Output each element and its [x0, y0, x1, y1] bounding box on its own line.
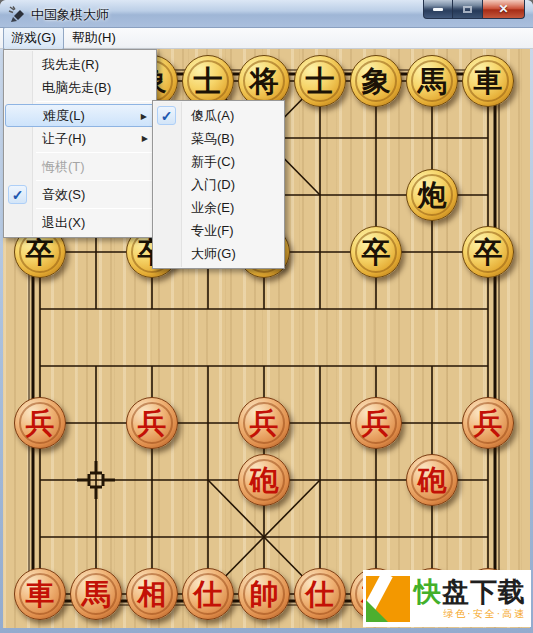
menu-separator: [36, 101, 153, 102]
difficulty-submenu: 傻瓜(A)✓菜鸟(B)新手(C)入门(D)业余(E)专业(F)大师(G): [152, 100, 285, 269]
piece-black-f9r0[interactable]: 車: [462, 55, 514, 107]
menu-item-label: 难度(L): [43, 108, 85, 123]
caption-buttons: ✕: [423, 0, 525, 19]
kuaipan-logo-icon: [366, 576, 410, 622]
piece-red-f2r9[interactable]: 馬: [70, 568, 122, 620]
menu-item-label: 入门(D): [191, 177, 235, 192]
menu-item-exit[interactable]: 退出(X): [5, 211, 155, 234]
watermark-tagline: 绿色·安全·高速: [414, 609, 526, 619]
maximize-icon: [463, 6, 472, 13]
menu-item-label: 业余(E): [191, 200, 234, 215]
minimize-icon: [433, 8, 443, 11]
menu-separator: [36, 208, 153, 209]
piece-black-f8r2[interactable]: 炮: [406, 169, 458, 221]
watermark-brand-rest: 盘下载: [442, 577, 526, 607]
menu-item-level-rookie[interactable]: 菜鸟(B): [154, 127, 283, 150]
piece-red-f5r6[interactable]: 兵: [238, 397, 290, 449]
menu-item-level-professional[interactable]: 专业(F): [154, 219, 283, 242]
watermark-brand-first: 快: [414, 577, 442, 607]
download-site-watermark: 快盘下载 绿色·安全·高速: [363, 570, 531, 627]
menu-item-difficulty[interactable]: 难度(L)▶: [5, 104, 155, 127]
menu-item-level-amateur[interactable]: 业余(E): [154, 196, 283, 219]
piece-red-f4r9[interactable]: 仕: [182, 568, 234, 620]
menu-item-label: 新手(C): [191, 154, 235, 169]
menu-item-handicap[interactable]: 让子(H)▶: [5, 127, 155, 150]
piece-red-f3r6[interactable]: 兵: [126, 397, 178, 449]
watermark-text: 快盘下载 绿色·安全·高速: [414, 579, 526, 619]
close-button[interactable]: ✕: [482, 0, 525, 19]
piece-black-f6r0[interactable]: 士: [294, 55, 346, 107]
submenu-arrow-icon: ▶: [142, 127, 148, 150]
menu-item-level-beginner[interactable]: 入门(D): [154, 173, 283, 196]
piece-black-f7r0[interactable]: 象: [350, 55, 402, 107]
menu-item-label: 大师(G): [191, 246, 236, 261]
menu-item-undo-move: 悔棋(T): [5, 155, 155, 178]
menu-separator: [36, 152, 153, 153]
check-icon: ✓: [157, 106, 176, 125]
check-icon: ✓: [8, 185, 27, 204]
piece-red-f3r9[interactable]: 相: [126, 568, 178, 620]
piece-black-f8r0[interactable]: 馬: [406, 55, 458, 107]
piece-red-f8r7[interactable]: 砲: [406, 454, 458, 506]
menu-item-label: 傻瓜(A): [191, 108, 234, 123]
menu-item-label: 专业(F): [191, 223, 234, 238]
menu-item-label: 电脑先走(B): [42, 80, 111, 95]
menu-bar: 游戏(G) 帮助(H): [0, 28, 533, 49]
menubar-item-game[interactable]: 游戏(G): [3, 27, 64, 50]
game-menu: 我先走(R)电脑先走(B)难度(L)▶让子(H)▶悔棋(T)音效(S)✓退出(X…: [3, 49, 157, 238]
menu-item-computer-moves-first[interactable]: 电脑先走(B): [5, 76, 155, 99]
close-icon: ✕: [498, 3, 508, 15]
piece-black-f7r3[interactable]: 卒: [350, 226, 402, 278]
menu-item-label: 菜鸟(B): [191, 131, 234, 146]
title-bar[interactable]: 中国象棋大师 ✕: [0, 0, 533, 28]
menu-item-label: 悔棋(T): [42, 159, 85, 174]
piece-red-f9r6[interactable]: 兵: [462, 397, 514, 449]
maximize-button[interactable]: [453, 0, 482, 19]
menu-item-label: 音效(S): [42, 187, 85, 202]
piece-red-f1r6[interactable]: 兵: [14, 397, 66, 449]
menu-item-level-fool[interactable]: 傻瓜(A)✓: [154, 104, 283, 127]
menu-item-sound[interactable]: 音效(S)✓: [5, 183, 155, 206]
menu-separator: [36, 180, 153, 181]
piece-red-f5r9[interactable]: 帥: [238, 568, 290, 620]
app-icon: [8, 6, 25, 23]
piece-red-f7r6[interactable]: 兵: [350, 397, 402, 449]
piece-black-f9r3[interactable]: 卒: [462, 226, 514, 278]
menu-item-label: 退出(X): [42, 215, 85, 230]
menubar-item-help[interactable]: 帮助(H): [64, 27, 124, 50]
window-title: 中国象棋大师: [31, 6, 109, 24]
menu-item-i-move-first[interactable]: 我先走(R): [5, 53, 155, 76]
piece-red-f1r9[interactable]: 車: [14, 568, 66, 620]
menu-item-level-novice[interactable]: 新手(C): [154, 150, 283, 173]
menu-item-label: 让子(H): [42, 131, 86, 146]
last-move-marker: [76, 460, 116, 500]
menu-item-label: 我先走(R): [42, 57, 99, 72]
app-window: 中国象棋大师 ✕ 游戏(G) 帮助(H) 車馬象士将士象馬車炮炮卒卒卒卒卒兵兵兵…: [0, 0, 533, 633]
piece-red-f6r9[interactable]: 仕: [294, 568, 346, 620]
menu-item-level-master[interactable]: 大师(G): [154, 242, 283, 265]
piece-red-f5r7[interactable]: 砲: [238, 454, 290, 506]
minimize-button[interactable]: [423, 0, 453, 19]
submenu-arrow-icon: ▶: [141, 105, 147, 128]
